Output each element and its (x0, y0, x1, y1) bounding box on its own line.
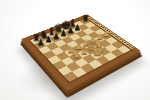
chess-board: ♜♞♝♛♚♝♜♟♟♟♟♟♟♟♟♟♟♟♟♞♝♛♞♚ (21, 14, 141, 91)
square-e5 (74, 38, 86, 45)
square-g2 (104, 44, 117, 52)
board-grid: ♜♞♝♛♚♝♜♟♟♟♟♟♟♟♟♟♟♟♟♞♝♛♞♚ (30, 18, 131, 82)
board-scene: ♜♞♝♛♚♝♜♟♟♟♟♟♟♟♟♟♟♟♟♞♝♛♞♚ (36, 2, 122, 88)
chess-set-photo: ♜♞♝♛♚♝♜♟♟♟♟♟♟♟♟♟♟♟♟♞♝♛♞♚ (0, 0, 150, 100)
